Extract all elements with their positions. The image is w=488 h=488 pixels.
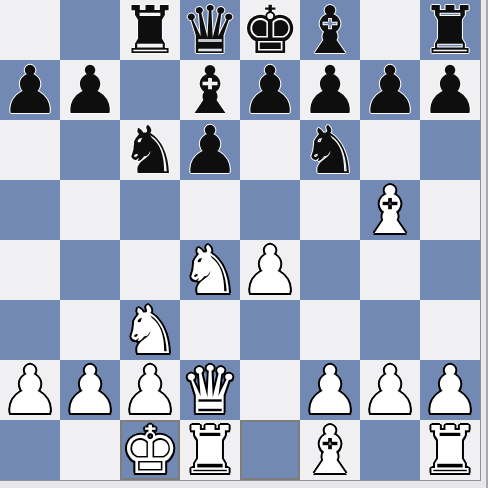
square-h3[interactable] xyxy=(420,300,480,360)
square-f3[interactable] xyxy=(300,300,360,360)
square-b7[interactable]: ♟ xyxy=(60,60,120,120)
piece-black-pawn[interactable]: ♟ xyxy=(240,61,300,121)
square-h5[interactable] xyxy=(420,180,480,240)
piece-black-rook[interactable]: ♜ xyxy=(120,1,180,61)
square-b1[interactable] xyxy=(60,420,120,480)
square-g4[interactable] xyxy=(360,240,420,300)
square-d2[interactable]: ♛ xyxy=(180,360,240,420)
square-c4[interactable] xyxy=(120,240,180,300)
piece-white-pawn[interactable]: ♟ xyxy=(360,361,420,421)
square-a4[interactable] xyxy=(0,240,60,300)
square-c8[interactable]: ♜ xyxy=(120,0,180,60)
piece-white-bishop[interactable]: ♝ xyxy=(360,181,420,241)
square-g3[interactable] xyxy=(360,300,420,360)
square-f6[interactable]: ♞ xyxy=(300,120,360,180)
square-b4[interactable] xyxy=(60,240,120,300)
square-a6[interactable] xyxy=(0,120,60,180)
square-h2[interactable]: ♟ xyxy=(420,360,480,420)
square-c2[interactable]: ♟ xyxy=(120,360,180,420)
square-h4[interactable] xyxy=(420,240,480,300)
square-d4[interactable]: ♞ xyxy=(180,240,240,300)
piece-white-pawn[interactable]: ♟ xyxy=(60,361,120,421)
square-h1[interactable]: ♜ xyxy=(420,420,480,480)
piece-black-pawn[interactable]: ♟ xyxy=(360,61,420,121)
square-f1[interactable]: ♝ xyxy=(300,420,360,480)
piece-white-rook[interactable]: ♜ xyxy=(420,421,480,481)
square-b6[interactable] xyxy=(60,120,120,180)
square-f2[interactable]: ♟ xyxy=(300,360,360,420)
square-d5[interactable] xyxy=(180,180,240,240)
square-e7[interactable]: ♟ xyxy=(240,60,300,120)
square-e5[interactable] xyxy=(240,180,300,240)
square-e3[interactable] xyxy=(240,300,300,360)
square-a7[interactable]: ♟ xyxy=(0,60,60,120)
square-b2[interactable]: ♟ xyxy=(60,360,120,420)
square-g8[interactable] xyxy=(360,0,420,60)
square-f4[interactable] xyxy=(300,240,360,300)
square-c6[interactable]: ♞ xyxy=(120,120,180,180)
square-g2[interactable]: ♟ xyxy=(360,360,420,420)
piece-black-pawn[interactable]: ♟ xyxy=(420,61,480,121)
square-b3[interactable] xyxy=(60,300,120,360)
piece-black-knight[interactable]: ♞ xyxy=(120,121,180,181)
piece-white-pawn[interactable]: ♟ xyxy=(0,361,60,421)
chess-board: ♜♛♚♝♜♟♟♝♟♟♟♟♞♟♞♝♞♟♞♟♟♟♛♟♟♟♚♜♝♜ xyxy=(0,0,481,481)
square-a2[interactable]: ♟ xyxy=(0,360,60,420)
square-h6[interactable] xyxy=(420,120,480,180)
square-e6[interactable] xyxy=(240,120,300,180)
square-e1[interactable] xyxy=(240,420,300,480)
square-e2[interactable] xyxy=(240,360,300,420)
square-a5[interactable] xyxy=(0,180,60,240)
square-c1[interactable]: ♚ xyxy=(120,420,180,480)
square-a1[interactable] xyxy=(0,420,60,480)
square-g5[interactable]: ♝ xyxy=(360,180,420,240)
square-h7[interactable]: ♟ xyxy=(420,60,480,120)
square-d1[interactable]: ♜ xyxy=(180,420,240,480)
square-g1[interactable] xyxy=(360,420,420,480)
piece-white-bishop[interactable]: ♝ xyxy=(300,421,360,481)
chess-board-window: ♜♛♚♝♜♟♟♝♟♟♟♟♞♟♞♝♞♟♞♟♟♟♛♟♟♟♚♜♝♜ xyxy=(0,0,488,488)
square-d3[interactable] xyxy=(180,300,240,360)
square-d7[interactable]: ♝ xyxy=(180,60,240,120)
square-e8[interactable]: ♚ xyxy=(240,0,300,60)
square-b8[interactable] xyxy=(60,0,120,60)
piece-black-pawn[interactable]: ♟ xyxy=(60,61,120,121)
square-f5[interactable] xyxy=(300,180,360,240)
piece-black-pawn[interactable]: ♟ xyxy=(180,121,240,181)
square-a8[interactable] xyxy=(0,0,60,60)
square-g6[interactable] xyxy=(360,120,420,180)
square-f7[interactable]: ♟ xyxy=(300,60,360,120)
piece-black-pawn[interactable]: ♟ xyxy=(0,61,60,121)
square-c5[interactable] xyxy=(120,180,180,240)
square-a3[interactable] xyxy=(0,300,60,360)
piece-white-knight[interactable]: ♞ xyxy=(180,241,240,301)
square-c3[interactable]: ♞ xyxy=(120,300,180,360)
square-b5[interactable] xyxy=(60,180,120,240)
square-c7[interactable] xyxy=(120,60,180,120)
piece-black-knight[interactable]: ♞ xyxy=(300,121,360,181)
piece-white-pawn[interactable]: ♟ xyxy=(240,241,300,301)
square-d8[interactable]: ♛ xyxy=(180,0,240,60)
square-d6[interactable]: ♟ xyxy=(180,120,240,180)
square-g7[interactable]: ♟ xyxy=(360,60,420,120)
square-f8[interactable]: ♝ xyxy=(300,0,360,60)
square-e4[interactable]: ♟ xyxy=(240,240,300,300)
piece-white-rook[interactable]: ♜ xyxy=(180,421,240,481)
piece-white-king[interactable]: ♚ xyxy=(120,421,180,481)
square-h8[interactable]: ♜ xyxy=(420,0,480,60)
